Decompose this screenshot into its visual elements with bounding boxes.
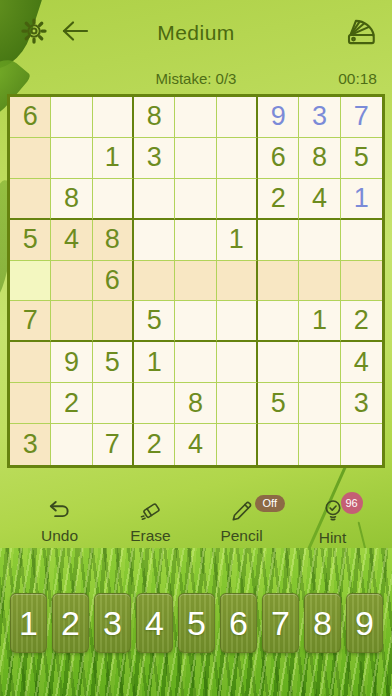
cell-r4c3[interactable]: 8: [93, 220, 134, 261]
cell-r3c3[interactable]: [93, 179, 134, 220]
cell-r4c1[interactable]: 5: [10, 220, 51, 261]
cell-r8c4[interactable]: [134, 383, 175, 424]
cell-r7c6[interactable]: [217, 342, 258, 383]
cell-r5c9[interactable]: [341, 261, 382, 302]
number-pad: 123456789: [10, 593, 383, 653]
mistake-counter: Mistake: 0/3: [0, 70, 392, 87]
numpad-button-8[interactable]: 8: [304, 593, 341, 653]
cell-r4c9[interactable]: [341, 220, 382, 261]
cell-r2c6[interactable]: [217, 138, 258, 179]
cell-r1c6[interactable]: [217, 97, 258, 138]
cell-r6c6[interactable]: [217, 301, 258, 342]
difficulty-title: Medium: [0, 21, 392, 45]
cell-r4c5[interactable]: [175, 220, 216, 261]
cell-r8c7[interactable]: 5: [258, 383, 299, 424]
cell-r3c8[interactable]: 4: [299, 179, 340, 220]
numpad-button-6[interactable]: 6: [220, 593, 257, 653]
cell-r9c8[interactable]: [299, 424, 340, 465]
cell-r9c4[interactable]: 2: [134, 424, 175, 465]
pencil-label: Pencil: [220, 527, 262, 545]
cell-r1c1[interactable]: 6: [10, 97, 51, 138]
cell-r4c7[interactable]: [258, 220, 299, 261]
cell-r7c3[interactable]: 5: [93, 342, 134, 383]
cell-r1c5[interactable]: [175, 97, 216, 138]
cell-r6c8[interactable]: 1: [299, 301, 340, 342]
eraser-icon: [137, 498, 165, 522]
cell-r7c5[interactable]: [175, 342, 216, 383]
cell-r6c1[interactable]: 7: [10, 301, 51, 342]
cell-r9c9[interactable]: [341, 424, 382, 465]
cell-r6c9[interactable]: 2: [341, 301, 382, 342]
cell-r6c7[interactable]: [258, 301, 299, 342]
cell-r7c4[interactable]: 1: [134, 342, 175, 383]
cell-r9c3[interactable]: 7: [93, 424, 134, 465]
cell-r9c1[interactable]: 3: [10, 424, 51, 465]
cell-r2c9[interactable]: 5: [341, 138, 382, 179]
pencil-icon: [229, 498, 255, 522]
pencil-button[interactable]: Off Pencil: [203, 498, 281, 554]
cell-r3c7[interactable]: 2: [258, 179, 299, 220]
cell-r3c4[interactable]: [134, 179, 175, 220]
cell-r2c1[interactable]: [10, 138, 51, 179]
cell-r3c1[interactable]: [10, 179, 51, 220]
cell-r1c2[interactable]: [51, 97, 92, 138]
cell-r1c4[interactable]: 8: [134, 97, 175, 138]
hint-label: Hint: [319, 529, 347, 547]
cell-r4c4[interactable]: [134, 220, 175, 261]
cell-r6c3[interactable]: [93, 301, 134, 342]
cell-r3c9[interactable]: 1: [341, 179, 382, 220]
cell-r5c4[interactable]: [134, 261, 175, 302]
cell-r8c6[interactable]: [217, 383, 258, 424]
cell-r4c8[interactable]: [299, 220, 340, 261]
undo-button[interactable]: Undo: [21, 498, 99, 554]
hint-button[interactable]: 96 Hint: [294, 498, 372, 554]
cell-r5c6[interactable]: [217, 261, 258, 302]
cell-r2c5[interactable]: [175, 138, 216, 179]
status-bar: Mistake: 0/3 00:18: [0, 70, 392, 90]
cell-r8c3[interactable]: [93, 383, 134, 424]
cell-r1c9[interactable]: 7: [341, 97, 382, 138]
sudoku-board: 68937136858241548167512951428533724: [7, 94, 385, 468]
numpad-button-7[interactable]: 7: [262, 593, 299, 653]
cell-r4c2[interactable]: 4: [51, 220, 92, 261]
cell-r5c7[interactable]: [258, 261, 299, 302]
cell-r8c2[interactable]: 2: [51, 383, 92, 424]
cell-r5c5[interactable]: [175, 261, 216, 302]
timer: 00:18: [338, 70, 377, 88]
top-bar: Medium: [0, 12, 392, 56]
cell-r6c4[interactable]: 5: [134, 301, 175, 342]
undo-label: Undo: [41, 527, 78, 545]
cell-r5c3[interactable]: 6: [93, 261, 134, 302]
theme-button[interactable]: [343, 14, 379, 50]
cell-r9c7[interactable]: [258, 424, 299, 465]
cell-r7c8[interactable]: [299, 342, 340, 383]
cell-r6c5[interactable]: [175, 301, 216, 342]
cell-r4c6[interactable]: 1: [217, 220, 258, 261]
cell-r7c1[interactable]: [10, 342, 51, 383]
cell-r7c9[interactable]: 4: [341, 342, 382, 383]
cell-r5c8[interactable]: [299, 261, 340, 302]
cell-r9c2[interactable]: [51, 424, 92, 465]
cell-r8c5[interactable]: 8: [175, 383, 216, 424]
cell-r1c3[interactable]: [93, 97, 134, 138]
cell-r2c7[interactable]: 6: [258, 138, 299, 179]
numpad-button-3[interactable]: 3: [94, 593, 131, 653]
numpad-button-1[interactable]: 1: [10, 593, 47, 653]
cell-r8c1[interactable]: [10, 383, 51, 424]
cell-r7c7[interactable]: [258, 342, 299, 383]
cell-r3c6[interactable]: [217, 179, 258, 220]
cell-r2c4[interactable]: 3: [134, 138, 175, 179]
numpad-button-2[interactable]: 2: [52, 593, 89, 653]
cell-r2c2[interactable]: [51, 138, 92, 179]
numpad-button-9[interactable]: 9: [346, 593, 383, 653]
erase-button[interactable]: Erase: [112, 498, 190, 554]
cell-r6c2[interactable]: [51, 301, 92, 342]
toolbar: Undo Erase Off Pencil 96: [0, 498, 392, 554]
cell-r7c2[interactable]: 9: [51, 342, 92, 383]
cell-r8c8[interactable]: [299, 383, 340, 424]
cell-r3c2[interactable]: 8: [51, 179, 92, 220]
erase-label: Erase: [130, 527, 171, 545]
cell-r5c2[interactable]: [51, 261, 92, 302]
theme-fan-icon: [343, 14, 379, 50]
pencil-off-badge: Off: [255, 495, 285, 512]
numpad-button-5[interactable]: 5: [178, 593, 215, 653]
cell-r1c7[interactable]: 9: [258, 97, 299, 138]
undo-icon: [46, 498, 74, 522]
numpad-button-4[interactable]: 4: [136, 593, 173, 653]
cell-r5c1[interactable]: [10, 261, 51, 302]
hint-count-badge: 96: [341, 492, 363, 514]
cell-r9c6[interactable]: [217, 424, 258, 465]
cell-r3c5[interactable]: [175, 179, 216, 220]
cell-r8c9[interactable]: 3: [341, 383, 382, 424]
cell-r1c8[interactable]: 3: [299, 97, 340, 138]
cell-r2c8[interactable]: 8: [299, 138, 340, 179]
cell-r9c5[interactable]: 4: [175, 424, 216, 465]
cell-r2c3[interactable]: 1: [93, 138, 134, 179]
